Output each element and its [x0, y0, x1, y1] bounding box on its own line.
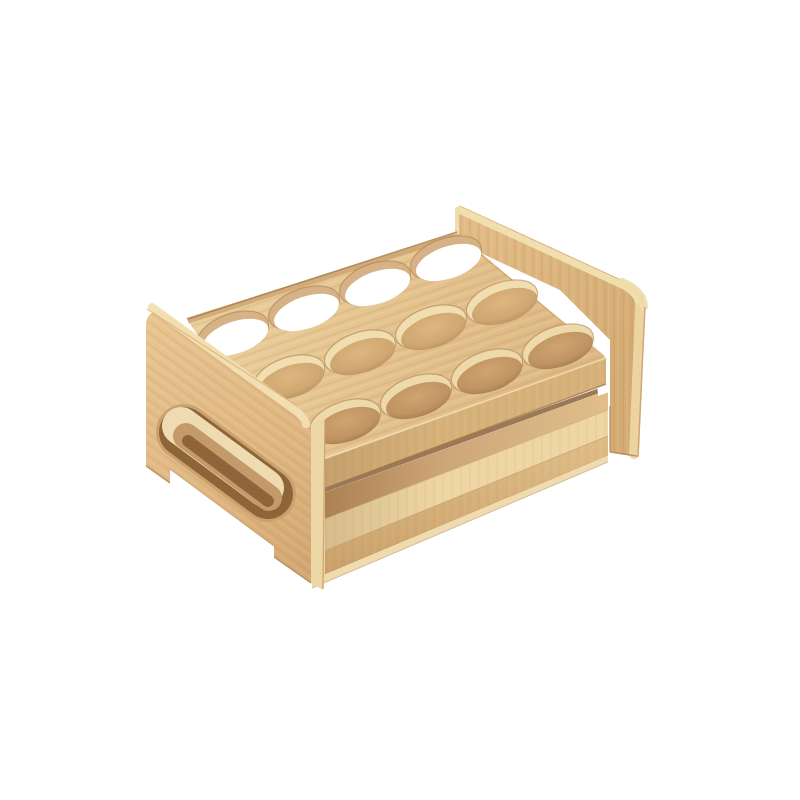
- product-photo-canvas: Light bamboo wooden rack with a top tray…: [0, 0, 800, 800]
- bamboo-rack-illustration: [0, 0, 800, 800]
